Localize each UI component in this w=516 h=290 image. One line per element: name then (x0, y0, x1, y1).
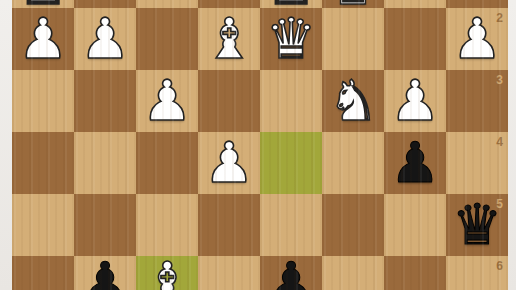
piece-black-queen-a5[interactable]: ♛ (446, 194, 508, 256)
square-b5[interactable] (384, 194, 446, 256)
rank-label-4: 4 (496, 135, 503, 149)
piece-white-pawn-b3[interactable]: ♟ (384, 70, 446, 132)
square-h4[interactable] (12, 132, 74, 194)
square-c4[interactable] (322, 132, 384, 194)
piece-black-pawn-g6[interactable]: ♟ (74, 252, 136, 290)
square-b4[interactable]: ♟ (384, 132, 446, 194)
square-f5[interactable] (136, 194, 198, 256)
piece-white-knight-c3[interactable]: ♞ (322, 70, 384, 132)
square-g3[interactable] (74, 70, 136, 132)
square-c5[interactable] (322, 194, 384, 256)
square-b1[interactable] (384, 0, 446, 8)
chess-board-viewport: ♜♜♚♟♟♝♛♟2♟♞♟3♟♟4♛5♟♝♟6 (0, 0, 516, 290)
piece-white-pawn-f3[interactable]: ♟ (136, 70, 198, 132)
square-a6[interactable]: 6 (446, 256, 508, 290)
square-a5[interactable]: ♛5 (446, 194, 508, 256)
piece-white-bishop-f6[interactable]: ♝ (136, 252, 198, 290)
square-f2[interactable] (136, 8, 198, 70)
rank-label-6: 6 (496, 259, 503, 273)
rank-label-3: 3 (496, 73, 503, 87)
square-e5[interactable] (198, 194, 260, 256)
square-a3[interactable]: 3 (446, 70, 508, 132)
square-h2[interactable]: ♟ (12, 8, 74, 70)
piece-white-queen-d2[interactable]: ♛ (260, 8, 322, 70)
square-d4[interactable] (260, 132, 322, 194)
square-g2[interactable]: ♟ (74, 8, 136, 70)
square-f4[interactable] (136, 132, 198, 194)
square-g6[interactable]: ♟ (74, 256, 136, 290)
square-f6[interactable]: ♝ (136, 256, 198, 290)
square-h5[interactable] (12, 194, 74, 256)
piece-white-pawn-g2[interactable]: ♟ (74, 8, 136, 70)
square-c3[interactable]: ♞ (322, 70, 384, 132)
square-b3[interactable]: ♟ (384, 70, 446, 132)
piece-white-bishop-e2[interactable]: ♝ (198, 8, 260, 70)
square-e3[interactable] (198, 70, 260, 132)
square-e2[interactable]: ♝ (198, 8, 260, 70)
square-c2[interactable] (322, 8, 384, 70)
piece-white-pawn-a2[interactable]: ♟ (446, 8, 508, 70)
square-b6[interactable] (384, 256, 446, 290)
square-g4[interactable] (74, 132, 136, 194)
square-d2[interactable]: ♛ (260, 8, 322, 70)
square-a2[interactable]: ♟2 (446, 8, 508, 70)
piece-black-pawn-b4[interactable]: ♟ (384, 132, 446, 194)
square-d3[interactable] (260, 70, 322, 132)
piece-white-pawn-h2[interactable]: ♟ (12, 8, 74, 70)
chess-board: ♜♜♚♟♟♝♛♟2♟♞♟3♟♟4♛5♟♝♟6 (12, 0, 508, 290)
square-e4[interactable]: ♟ (198, 132, 260, 194)
square-c6[interactable] (322, 256, 384, 290)
square-g5[interactable] (74, 194, 136, 256)
square-f1[interactable] (136, 0, 198, 8)
square-b2[interactable] (384, 8, 446, 70)
square-f3[interactable]: ♟ (136, 70, 198, 132)
piece-white-pawn-e4[interactable]: ♟ (198, 132, 260, 194)
square-d5[interactable] (260, 194, 322, 256)
square-a4[interactable]: 4 (446, 132, 508, 194)
square-c1[interactable]: ♚ (322, 0, 384, 8)
square-h6[interactable] (12, 256, 74, 290)
square-d6[interactable]: ♟ (260, 256, 322, 290)
piece-black-pawn-d6[interactable]: ♟ (260, 252, 322, 290)
square-h3[interactable] (12, 70, 74, 132)
square-e6[interactable] (198, 256, 260, 290)
